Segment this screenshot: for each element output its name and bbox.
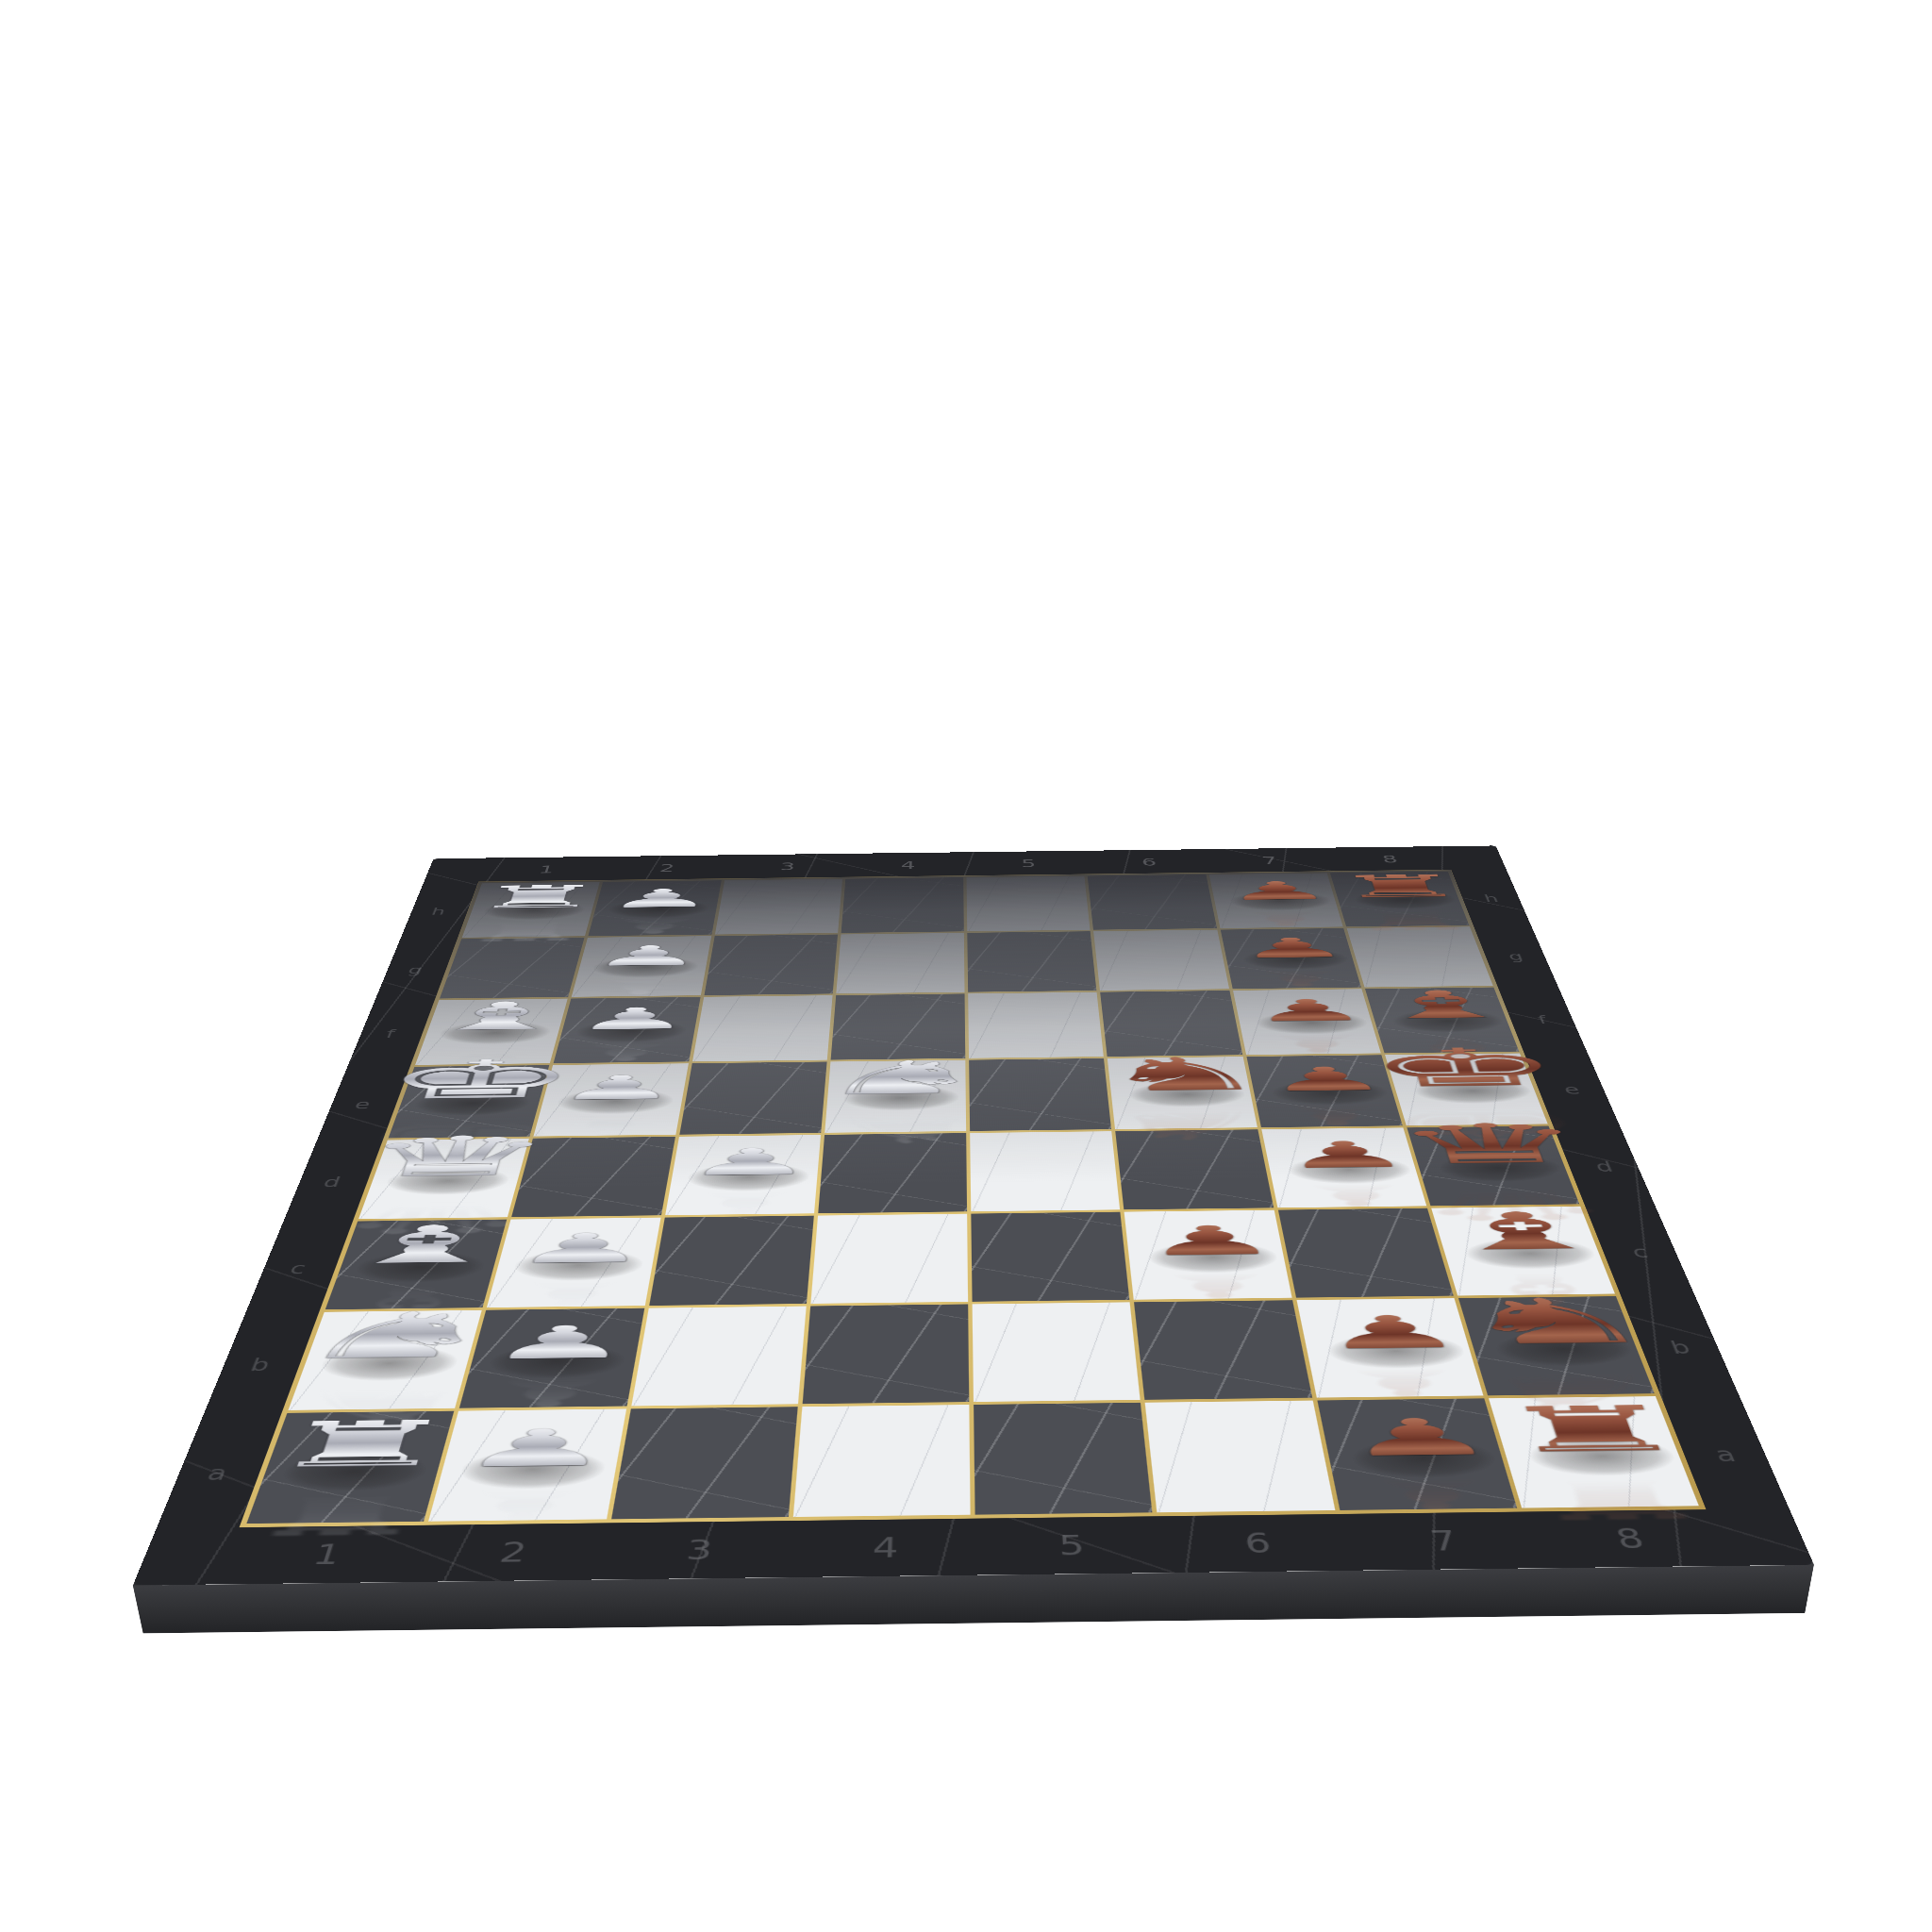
square-a6[interactable] (1145, 1400, 1335, 1512)
rook-icon: ♜ (1329, 871, 1472, 903)
square-b2[interactable] (459, 1307, 644, 1407)
square-g6[interactable] (1093, 930, 1228, 991)
chess-board: 1122334455667788hhggffeeddccbbaa ♜♜♞♞♝♝♛… (133, 845, 1814, 1585)
square-b1[interactable] (289, 1309, 483, 1409)
square-h4[interactable] (841, 877, 963, 933)
square-b8[interactable] (1458, 1296, 1655, 1395)
pawn-icon: ♟ (1233, 934, 1352, 962)
square-g4[interactable] (836, 933, 964, 993)
square-b4[interactable] (802, 1304, 969, 1404)
far-border-label-3: 3 (779, 860, 796, 873)
right-border-label-h: h (1482, 893, 1501, 905)
near-border-label-3: 3 (684, 1534, 715, 1567)
far-border-label-4: 4 (900, 858, 916, 871)
pawn-icon: ♟ (1222, 877, 1335, 904)
right-border-label-g: g (1507, 950, 1526, 962)
border-coordinate-labels: 1122334455667788hhggffeeddccbbaa (434, 845, 1496, 858)
left-border-label-f: f (384, 1027, 398, 1041)
far-border-label-7: 7 (1260, 855, 1279, 867)
rook-icon: ♜ (467, 881, 608, 913)
square-e5[interactable] (969, 1058, 1111, 1131)
near-border-label-1: 1 (308, 1538, 346, 1571)
square-g8[interactable] (1346, 926, 1492, 987)
square-a8[interactable] (1489, 1396, 1699, 1508)
square-b3[interactable] (631, 1306, 807, 1406)
pawn-icon: ♟ (571, 1003, 694, 1034)
square-h6[interactable] (1088, 874, 1217, 930)
king-icon: ♚ (372, 1052, 585, 1107)
right-border-label-d: d (1592, 1158, 1616, 1174)
left-border-label-d: d (321, 1174, 344, 1190)
square-d5[interactable] (970, 1131, 1120, 1211)
far-border-label-5: 5 (1021, 858, 1037, 870)
square-g5[interactable] (967, 931, 1096, 991)
board-near-side-face (133, 1565, 1814, 1634)
square-c8[interactable] (1431, 1207, 1615, 1295)
left-border-label-a: a (204, 1461, 232, 1484)
near-border-label-8: 8 (1611, 1523, 1650, 1555)
square-b7[interactable] (1296, 1298, 1483, 1398)
near-border-label-4: 4 (872, 1531, 900, 1564)
square-h3[interactable] (715, 879, 842, 935)
square-d6[interactable] (1116, 1129, 1274, 1209)
square-c2[interactable] (487, 1218, 660, 1307)
pieces-layer: ♜♜♞♞♝♝♛♛♚♚♝♝♜♜♟♟♟♟♟♟♟♟♟♟♟♟♟♟♟♟♞♞♜♜♞♞♝♝♛♛… (434, 845, 1496, 858)
square-h5[interactable] (967, 876, 1091, 932)
square-a2[interactable] (428, 1408, 625, 1521)
square-b5[interactable] (973, 1302, 1141, 1402)
knight-icon: ♞ (1095, 1051, 1274, 1098)
photo-tilt-wrapper: 1122334455667788hhggffeeddccbbaa ♜♜♞♞♝♝♛… (0, 0, 1932, 1932)
square-f5[interactable] (968, 991, 1104, 1058)
perspective-scene: 1122334455667788hhggffeeddccbbaa ♜♜♞♞♝♝♛… (0, 0, 1932, 1932)
far-border-label-2: 2 (658, 862, 676, 874)
far-border-label-8: 8 (1380, 853, 1400, 865)
right-border-label-c: c (1629, 1243, 1652, 1261)
square-e3[interactable] (679, 1061, 827, 1134)
square-f3[interactable] (692, 995, 833, 1061)
near-border-label-5: 5 (1058, 1529, 1087, 1561)
square-g1[interactable] (440, 938, 585, 998)
square-d4[interactable] (818, 1133, 967, 1213)
product-photo-page: { "game": "chess", "description": "Overh… (0, 0, 1932, 1932)
square-f4[interactable] (830, 993, 965, 1059)
square-g3[interactable] (704, 935, 838, 995)
right-border-label-f: f (1536, 1013, 1550, 1026)
square-c4[interactable] (810, 1214, 968, 1304)
square-a7[interactable] (1317, 1398, 1517, 1510)
square-b6[interactable] (1134, 1300, 1311, 1400)
far-border-label-6: 6 (1141, 856, 1158, 868)
right-border-label-b: b (1667, 1338, 1694, 1357)
pawn-icon: ♟ (604, 885, 716, 911)
pawn-icon: ♟ (589, 941, 707, 970)
near-border-label-6: 6 (1242, 1526, 1274, 1558)
left-border-label-c: c (288, 1259, 310, 1277)
square-c7[interactable] (1277, 1208, 1453, 1297)
knight-icon: ♞ (814, 1054, 988, 1101)
square-a4[interactable] (793, 1405, 971, 1517)
right-border-label-a: a (1711, 1443, 1740, 1466)
left-border-label-h: h (430, 906, 448, 917)
bishop-icon: ♝ (1361, 985, 1524, 1024)
square-a3[interactable] (610, 1407, 797, 1519)
bishop-icon: ♝ (418, 996, 579, 1036)
pawn-icon: ♟ (1246, 994, 1371, 1025)
far-border-label-1: 1 (538, 863, 558, 875)
square-f6[interactable] (1100, 991, 1241, 1057)
square-c5[interactable] (971, 1212, 1129, 1302)
left-border-label-b: b (247, 1355, 274, 1374)
square-c3[interactable] (649, 1216, 814, 1306)
near-border-label-7: 7 (1426, 1524, 1462, 1557)
left-border-label-g: g (407, 964, 425, 976)
square-a1[interactable] (246, 1410, 454, 1524)
near-border-label-2: 2 (496, 1536, 530, 1569)
square-c1[interactable] (325, 1220, 508, 1309)
square-c6[interactable] (1124, 1210, 1291, 1300)
board-grid (240, 870, 1707, 1527)
square-a5[interactable] (974, 1403, 1153, 1515)
